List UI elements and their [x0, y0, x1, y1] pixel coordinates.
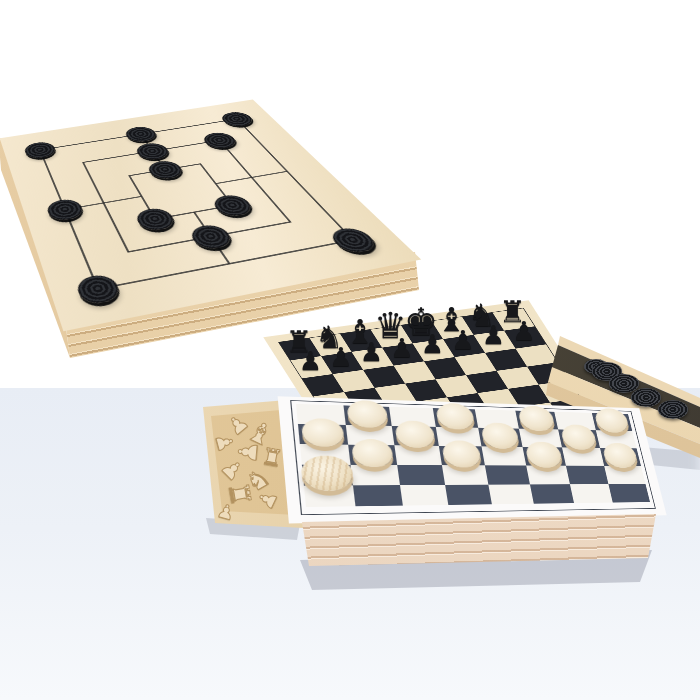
chess-piece-black-p: ♟ — [329, 344, 352, 370]
draughts-square — [397, 465, 445, 485]
draughts-square — [604, 466, 645, 484]
draughts-square — [351, 465, 400, 486]
draughts-square — [353, 485, 403, 506]
draughts-square — [562, 447, 604, 465]
draughts-square — [566, 466, 608, 485]
draughts-square — [530, 484, 574, 503]
drawer-draughts-man-black — [631, 388, 661, 407]
chess-piece-black-p: ♟ — [482, 322, 505, 348]
draughts-square — [485, 465, 530, 484]
chess-piece-black-p: ♟ — [451, 327, 474, 353]
chess-piece-black-p: ♟ — [390, 335, 413, 361]
chess-piece-black-p: ♟ — [360, 339, 383, 365]
chess-piece-black-p: ♟ — [299, 348, 322, 374]
draughts-square — [526, 466, 570, 485]
drawer-draughts-man-black — [658, 400, 688, 419]
chess-piece-black-p: ♟ — [421, 331, 444, 357]
draughts-square — [608, 484, 650, 503]
draughts-square — [488, 484, 533, 504]
draughts-square — [445, 485, 492, 505]
draughts-square — [570, 484, 613, 503]
draughts-square — [481, 446, 526, 465]
draughts-square — [394, 445, 442, 465]
chess-piece-black-p: ♟ — [512, 318, 535, 344]
draughts-board — [278, 396, 667, 523]
draughts-square — [442, 465, 488, 485]
draughts-square — [400, 485, 448, 506]
drawer-draughts-man-black — [609, 374, 639, 393]
